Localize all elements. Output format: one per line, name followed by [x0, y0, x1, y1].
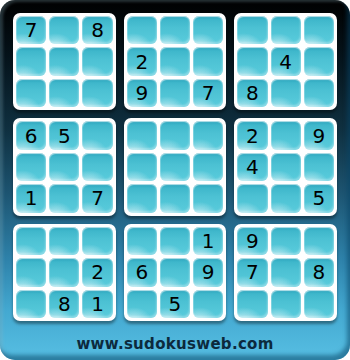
cell-r4c7[interactable]: 2 — [237, 121, 267, 149]
cell-r5c6[interactable] — [193, 153, 223, 181]
cell-r1c5[interactable] — [160, 16, 190, 44]
cell-r4c8[interactable] — [271, 121, 301, 149]
cell-r3c4[interactable]: 9 — [127, 79, 157, 107]
cell-r7c3[interactable] — [82, 227, 112, 255]
cell-r9c2[interactable]: 8 — [49, 290, 79, 318]
cell-r2c4[interactable]: 2 — [127, 47, 157, 75]
cell-r2c7[interactable] — [237, 47, 267, 75]
cell-r9c6[interactable] — [193, 290, 223, 318]
cell-r6c5[interactable] — [160, 184, 190, 212]
cell-r6c8[interactable] — [271, 184, 301, 212]
cell-r8c6[interactable]: 9 — [193, 258, 223, 286]
cell-r4c2[interactable]: 5 — [49, 121, 79, 149]
cell-r5c1[interactable] — [16, 153, 46, 181]
sudoku-board: 7829748651729452811695978 www.sudokusweb… — [0, 0, 350, 360]
cell-r5c7[interactable]: 4 — [237, 153, 267, 181]
cell-r9c9[interactable] — [304, 290, 334, 318]
cell-r1c6[interactable] — [193, 16, 223, 44]
cell-r2c9[interactable] — [304, 47, 334, 75]
cell-r1c8[interactable] — [271, 16, 301, 44]
cell-r7c1[interactable] — [16, 227, 46, 255]
cell-r3c6[interactable]: 7 — [193, 79, 223, 107]
sudoku-grid: 7829748651729452811695978 — [13, 13, 337, 321]
cell-r1c3[interactable]: 8 — [82, 16, 112, 44]
box-3-3: 978 — [234, 224, 337, 321]
box-3-1: 281 — [13, 224, 116, 321]
cell-r3c5[interactable] — [160, 79, 190, 107]
cell-r6c9[interactable]: 5 — [304, 184, 334, 212]
cell-r6c6[interactable] — [193, 184, 223, 212]
box-2-2 — [124, 118, 227, 215]
cell-r7c6[interactable]: 1 — [193, 227, 223, 255]
cell-r7c9[interactable] — [304, 227, 334, 255]
cell-r7c5[interactable] — [160, 227, 190, 255]
cell-r2c5[interactable] — [160, 47, 190, 75]
box-1-1: 78 — [13, 13, 116, 110]
cell-r1c2[interactable] — [49, 16, 79, 44]
cell-r8c2[interactable] — [49, 258, 79, 286]
cell-r8c4[interactable]: 6 — [127, 258, 157, 286]
cell-r6c4[interactable] — [127, 184, 157, 212]
cell-r4c9[interactable]: 9 — [304, 121, 334, 149]
cell-r8c5[interactable] — [160, 258, 190, 286]
cell-r9c3[interactable]: 1 — [82, 290, 112, 318]
cell-r4c6[interactable] — [193, 121, 223, 149]
cell-r1c4[interactable] — [127, 16, 157, 44]
cell-r3c8[interactable] — [271, 79, 301, 107]
cell-r2c3[interactable] — [82, 47, 112, 75]
cell-r8c1[interactable] — [16, 258, 46, 286]
box-2-3: 2945 — [234, 118, 337, 215]
cell-r5c8[interactable] — [271, 153, 301, 181]
cell-r6c7[interactable] — [237, 184, 267, 212]
cell-r5c3[interactable] — [82, 153, 112, 181]
cell-r7c8[interactable] — [271, 227, 301, 255]
cell-r5c2[interactable] — [49, 153, 79, 181]
cell-r3c2[interactable] — [49, 79, 79, 107]
cell-r4c1[interactable]: 6 — [16, 121, 46, 149]
cell-r3c7[interactable]: 8 — [237, 79, 267, 107]
cell-r5c5[interactable] — [160, 153, 190, 181]
cell-r5c9[interactable] — [304, 153, 334, 181]
cell-r3c1[interactable] — [16, 79, 46, 107]
cell-r2c1[interactable] — [16, 47, 46, 75]
box-1-2: 297 — [124, 13, 227, 110]
cell-r8c8[interactable] — [271, 258, 301, 286]
cell-r5c4[interactable] — [127, 153, 157, 181]
cell-r8c9[interactable]: 8 — [304, 258, 334, 286]
cell-r8c3[interactable]: 2 — [82, 258, 112, 286]
cell-r9c7[interactable] — [237, 290, 267, 318]
cell-r3c9[interactable] — [304, 79, 334, 107]
site-url[interactable]: www.sudokusweb.com — [0, 335, 350, 353]
cell-r4c5[interactable] — [160, 121, 190, 149]
box-1-3: 48 — [234, 13, 337, 110]
cell-r1c1[interactable]: 7 — [16, 16, 46, 44]
cell-r8c7[interactable]: 7 — [237, 258, 267, 286]
box-3-2: 1695 — [124, 224, 227, 321]
cell-r7c4[interactable] — [127, 227, 157, 255]
cell-r6c3[interactable]: 7 — [82, 184, 112, 212]
cell-r7c7[interactable]: 9 — [237, 227, 267, 255]
cell-r4c4[interactable] — [127, 121, 157, 149]
box-2-1: 6517 — [13, 118, 116, 215]
cell-r2c8[interactable]: 4 — [271, 47, 301, 75]
cell-r9c1[interactable] — [16, 290, 46, 318]
cell-r2c2[interactable] — [49, 47, 79, 75]
cell-r3c3[interactable] — [82, 79, 112, 107]
cell-r1c7[interactable] — [237, 16, 267, 44]
cell-r9c5[interactable]: 5 — [160, 290, 190, 318]
cell-r9c4[interactable] — [127, 290, 157, 318]
cell-r2c6[interactable] — [193, 47, 223, 75]
cell-r4c3[interactable] — [82, 121, 112, 149]
cell-r1c9[interactable] — [304, 16, 334, 44]
cell-r9c8[interactable] — [271, 290, 301, 318]
cell-r6c2[interactable] — [49, 184, 79, 212]
cell-r7c2[interactable] — [49, 227, 79, 255]
cell-r6c1[interactable]: 1 — [16, 184, 46, 212]
